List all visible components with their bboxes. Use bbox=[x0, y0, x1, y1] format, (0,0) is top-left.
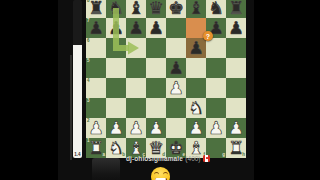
square-b5[interactable] bbox=[106, 58, 126, 78]
black-bishop: ♝ bbox=[128, 0, 144, 18]
square-d6[interactable] bbox=[146, 38, 166, 58]
file-label: b bbox=[122, 153, 125, 158]
square-a3[interactable]: 3 bbox=[86, 98, 106, 118]
square-c8[interactable]: ♝ bbox=[126, 0, 146, 18]
square-h7[interactable]: ♟ bbox=[226, 18, 246, 38]
white-pawn: ♟ bbox=[128, 118, 144, 138]
square-f2[interactable]: ♟ bbox=[186, 118, 206, 138]
white-knight: ♞ bbox=[188, 98, 204, 118]
player-info: dj-ohiosigmamale (400) bbox=[126, 153, 210, 163]
square-h3[interactable] bbox=[226, 98, 246, 118]
square-c6[interactable] bbox=[126, 38, 146, 58]
player-avatar[interactable] bbox=[92, 158, 120, 180]
square-g5[interactable] bbox=[206, 58, 226, 78]
evaluation-bar-white-portion bbox=[73, 45, 82, 158]
square-c5[interactable] bbox=[126, 58, 146, 78]
square-e4[interactable]: ♟ bbox=[166, 78, 186, 98]
white-pawn: ♟ bbox=[168, 78, 184, 98]
rank-label: 7 bbox=[87, 19, 90, 24]
square-d8[interactable]: ♛ bbox=[146, 0, 166, 18]
square-b6[interactable] bbox=[106, 38, 126, 58]
rank-label: 1 bbox=[87, 139, 90, 144]
black-king: ♚ bbox=[168, 0, 184, 18]
square-h5[interactable] bbox=[226, 58, 246, 78]
evaluation-bar: 1.4 bbox=[73, 0, 82, 158]
square-g4[interactable] bbox=[206, 78, 226, 98]
black-pawn: ♟ bbox=[128, 18, 144, 38]
square-e5[interactable]: ♟ bbox=[166, 58, 186, 78]
rank-label: 3 bbox=[87, 99, 90, 104]
square-e8[interactable]: ♚ bbox=[166, 0, 186, 18]
square-b8[interactable]: ♞ bbox=[106, 0, 126, 18]
square-c7[interactable]: ♟ bbox=[126, 18, 146, 38]
player-rating: (400) bbox=[185, 155, 200, 162]
rank-label: 8 bbox=[87, 0, 90, 3]
black-pawn: ♟ bbox=[168, 58, 184, 78]
square-d2[interactable]: ♟ bbox=[146, 118, 166, 138]
rank-label: 5 bbox=[87, 59, 90, 64]
square-e3[interactable] bbox=[166, 98, 186, 118]
square-c2[interactable]: ♟ bbox=[126, 118, 146, 138]
square-h2[interactable]: ♟ bbox=[226, 118, 246, 138]
square-a4[interactable]: 4 bbox=[86, 78, 106, 98]
file-label: a bbox=[102, 153, 105, 158]
square-g2[interactable]: ♟ bbox=[206, 118, 226, 138]
canada-flag-icon bbox=[203, 155, 210, 162]
square-e6[interactable] bbox=[166, 38, 186, 58]
black-pawn: ♟ bbox=[228, 18, 244, 38]
square-d3[interactable] bbox=[146, 98, 166, 118]
white-pawn: ♟ bbox=[148, 118, 164, 138]
black-pawn: ♟ bbox=[88, 18, 104, 38]
square-a1[interactable]: 1a♜ bbox=[86, 138, 106, 158]
square-b2[interactable]: ♟ bbox=[106, 118, 126, 138]
square-f5[interactable] bbox=[186, 58, 206, 78]
square-d5[interactable] bbox=[146, 58, 166, 78]
square-a5[interactable]: 5 bbox=[86, 58, 106, 78]
black-pawn: ♟ bbox=[188, 38, 204, 58]
black-knight: ♞ bbox=[108, 0, 124, 18]
black-pawn: ♟ bbox=[148, 18, 164, 38]
white-pawn: ♟ bbox=[208, 118, 224, 138]
rank-label: 2 bbox=[87, 119, 90, 124]
square-f4[interactable] bbox=[186, 78, 206, 98]
square-a6[interactable]: 6 bbox=[86, 38, 106, 58]
square-d7[interactable]: ♟ bbox=[146, 18, 166, 38]
screen-glare bbox=[70, 55, 72, 160]
square-a7[interactable]: 7♟ bbox=[86, 18, 106, 38]
square-d4[interactable] bbox=[146, 78, 166, 98]
square-c3[interactable] bbox=[126, 98, 146, 118]
square-a2[interactable]: 2♟ bbox=[86, 118, 106, 138]
square-h8[interactable]: ♜ bbox=[226, 0, 246, 18]
black-queen: ♛ bbox=[148, 0, 164, 18]
square-e7[interactable] bbox=[166, 18, 186, 38]
white-pawn: ♟ bbox=[228, 118, 244, 138]
black-knight: ♞ bbox=[208, 0, 224, 18]
white-pawn: ♟ bbox=[88, 118, 104, 138]
square-h4[interactable] bbox=[226, 78, 246, 98]
white-rook: ♜ bbox=[88, 138, 104, 158]
black-rook: ♜ bbox=[88, 0, 104, 18]
square-e2[interactable] bbox=[166, 118, 186, 138]
square-f8[interactable]: ♝ bbox=[186, 0, 206, 18]
white-pawn: ♟ bbox=[108, 118, 124, 138]
square-f3[interactable]: ♞ bbox=[186, 98, 206, 118]
black-pawn: ♟ bbox=[108, 18, 124, 38]
square-f6[interactable]: ♟ bbox=[186, 38, 206, 58]
rank-label: 4 bbox=[87, 79, 90, 84]
square-g6[interactable] bbox=[206, 38, 226, 58]
mistake-badge-icon: ? bbox=[203, 31, 213, 41]
square-b7[interactable]: ♟ bbox=[106, 18, 126, 38]
square-g8[interactable]: ♞ bbox=[206, 0, 226, 18]
file-label: h bbox=[242, 153, 245, 158]
rank-label: 6 bbox=[87, 39, 90, 44]
chess-board: 8♜♞♝♛♚♝♞♜7♟♟♟♟♟♟6♟5♟4♟3♞2♟♟♟♟♟♟♟1a♜b♞c♝d… bbox=[86, 0, 246, 158]
square-h6[interactable] bbox=[226, 38, 246, 58]
file-label: g bbox=[222, 153, 225, 158]
square-c4[interactable] bbox=[126, 78, 146, 98]
white-pawn: ♟ bbox=[188, 118, 204, 138]
square-h1[interactable]: h♜ bbox=[226, 138, 246, 158]
video-screenshot: 1.4 8♜♞♝♛♚♝♞♜7♟♟♟♟♟♟6♟5♟4♟3♞2♟♟♟♟♟♟♟1a♜b… bbox=[0, 0, 320, 180]
beaming-face-emoji-icon bbox=[151, 167, 170, 180]
square-a8[interactable]: 8♜ bbox=[86, 0, 106, 18]
black-bishop: ♝ bbox=[188, 0, 204, 18]
black-rook: ♜ bbox=[228, 0, 244, 18]
square-b1[interactable]: b♞ bbox=[106, 138, 126, 158]
square-g3[interactable] bbox=[206, 98, 226, 118]
square-b3[interactable] bbox=[106, 98, 126, 118]
square-b4[interactable] bbox=[106, 78, 126, 98]
player-username[interactable]: dj-ohiosigmamale bbox=[126, 155, 183, 162]
evaluation-value: 1.4 bbox=[73, 152, 82, 157]
